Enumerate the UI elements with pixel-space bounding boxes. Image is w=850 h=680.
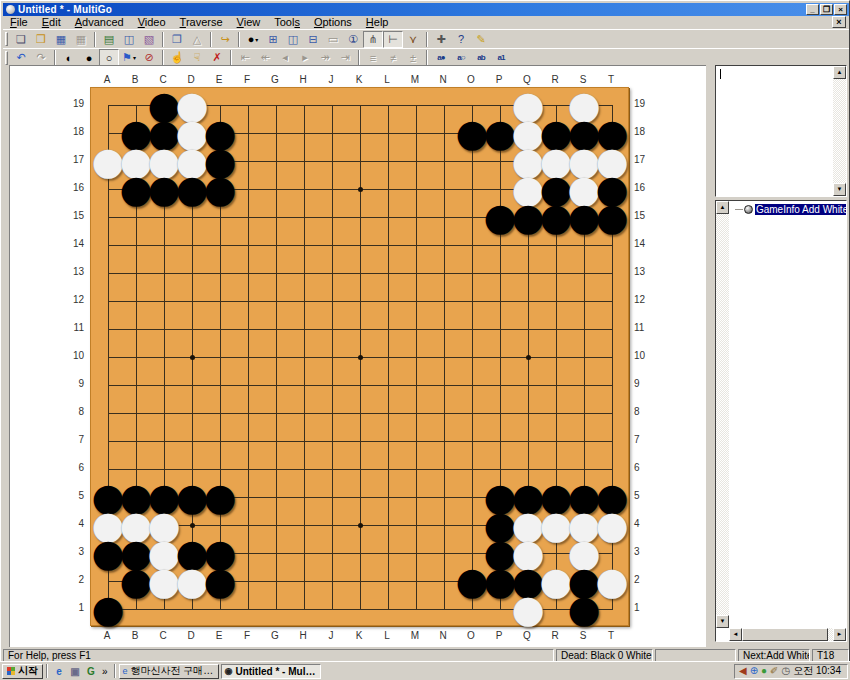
black-stone-E5[interactable]: ● bbox=[206, 483, 234, 511]
minimize-button[interactable]: _ bbox=[806, 4, 819, 15]
tree-window-button[interactable]: ⋔ bbox=[363, 31, 383, 48]
coord-row-10: 10 bbox=[634, 350, 656, 361]
star-point bbox=[190, 355, 195, 360]
board-view: AABBCCDDEEFFGGHHJJKKLLMMNNOOPPQQRRSSTT19… bbox=[9, 65, 706, 647]
coord-row-2: 2 bbox=[62, 574, 84, 585]
toolbar-separator bbox=[358, 50, 360, 65]
coord-row-12: 12 bbox=[62, 294, 84, 305]
toolbar-grip[interactable] bbox=[5, 32, 8, 46]
menu-tools[interactable]: Tools bbox=[267, 16, 307, 28]
go-end-icon: ⇥ bbox=[340, 51, 349, 64]
forward-button: ▸ bbox=[295, 49, 315, 66]
task-button-1[interactable]: e행마신사전 구매했습... bbox=[119, 664, 219, 679]
coord-col-D: D bbox=[181, 630, 201, 641]
coord-row-5: 5 bbox=[62, 490, 84, 501]
coord-col-B: B bbox=[125, 630, 145, 641]
score-button[interactable]: ☟ bbox=[187, 49, 207, 66]
black-stone-T15[interactable]: ● bbox=[598, 203, 626, 231]
coord-row-16: 16 bbox=[62, 182, 84, 193]
coord-col-F: F bbox=[237, 74, 257, 85]
move-number-icon: ① bbox=[348, 33, 358, 46]
scroll-down-icon[interactable]: ▼ bbox=[833, 183, 846, 196]
forward-10-button: ↠ bbox=[315, 49, 335, 66]
window-title: Untitled * - MultiGo bbox=[18, 4, 805, 15]
import-button[interactable]: ↪ bbox=[215, 31, 235, 48]
coord-col-C: C bbox=[153, 630, 173, 641]
tree-branch-line bbox=[735, 209, 743, 210]
text-caret bbox=[720, 69, 721, 79]
toolbar-separator bbox=[162, 32, 164, 47]
selected-node-label: GameInfo Add White Add bbox=[755, 204, 846, 215]
star-point bbox=[190, 523, 195, 528]
toolbar-separator bbox=[210, 32, 212, 47]
move-number-button[interactable]: ① bbox=[343, 31, 363, 48]
go-end-button: ⇥ bbox=[335, 49, 355, 66]
coord-row-1: 1 bbox=[62, 602, 84, 613]
stone-color-dropdown-icon: ● bbox=[248, 33, 255, 45]
add-white-icon: ○ bbox=[106, 52, 113, 64]
black-stone-D16[interactable]: ● bbox=[178, 175, 206, 203]
star-point bbox=[358, 523, 363, 528]
title-bar[interactable]: Untitled * - MultiGo _ ❐ × bbox=[3, 3, 849, 16]
black-stone-D5[interactable]: ● bbox=[178, 483, 206, 511]
main-line-icon: ± bbox=[410, 52, 416, 64]
new-file-icon: ❏ bbox=[16, 33, 26, 46]
coord-col-F: F bbox=[237, 630, 257, 641]
tray-clock: 오전 10:34 bbox=[793, 664, 841, 678]
coord-row-6: 6 bbox=[62, 462, 84, 473]
black-stone-A3[interactable]: ● bbox=[94, 539, 122, 567]
layout-custom-icon: ▭ bbox=[328, 33, 338, 46]
main-line-button: ± bbox=[403, 49, 423, 66]
save-file-button[interactable]: ▦ bbox=[51, 31, 71, 48]
coord-row-14: 14 bbox=[634, 238, 656, 249]
coord-row-7: 7 bbox=[634, 434, 656, 445]
edit-brush-icon: ✎ bbox=[476, 33, 485, 46]
export-image-button[interactable]: ▧ bbox=[139, 31, 159, 48]
black-stone-C16[interactable]: ● bbox=[150, 175, 178, 203]
save-file-icon: ▦ bbox=[56, 33, 66, 46]
black-stone-B2[interactable]: ● bbox=[122, 567, 150, 595]
coord-col-H: H bbox=[293, 630, 313, 641]
go-start-button: ⇤ bbox=[235, 49, 255, 66]
menu-view[interactable]: View bbox=[230, 16, 268, 28]
menu-edit[interactable]: Edit bbox=[35, 16, 68, 28]
star-point bbox=[358, 187, 363, 192]
new-file-button[interactable]: ❏ bbox=[11, 31, 31, 48]
coord-col-G: G bbox=[265, 74, 285, 85]
coord-row-10: 10 bbox=[62, 350, 84, 361]
alternate-stone-button[interactable]: ◐ bbox=[59, 49, 79, 66]
scroll-left-icon[interactable]: ◄ bbox=[729, 628, 742, 641]
tools-icon: ✚ bbox=[436, 33, 445, 46]
white-stone-T4[interactable]: ● bbox=[598, 511, 626, 539]
coord-row-1: 1 bbox=[634, 602, 656, 613]
windows-logo-icon bbox=[7, 667, 15, 675]
label-letter-icon: ab bbox=[477, 53, 484, 62]
scroll-up-icon[interactable]: ▲ bbox=[716, 201, 729, 214]
coord-col-P: P bbox=[489, 630, 509, 641]
toolbar-grip[interactable] bbox=[5, 51, 8, 65]
scroll-thumb[interactable] bbox=[742, 628, 828, 641]
toolbar-separator bbox=[426, 32, 428, 47]
coord-row-12: 12 bbox=[634, 294, 656, 305]
coord-row-4: 4 bbox=[634, 518, 656, 529]
redo-button: ↷ bbox=[31, 49, 51, 66]
app-icon bbox=[6, 5, 15, 14]
layout-board-button[interactable]: ⊞ bbox=[263, 31, 283, 48]
coord-col-S: S bbox=[573, 630, 593, 641]
tree-window-icon: ⋔ bbox=[368, 33, 377, 46]
copy-button[interactable]: ❐ bbox=[167, 31, 187, 48]
coord-row-9: 9 bbox=[634, 378, 656, 389]
layout-split-v-icon: ⊟ bbox=[308, 33, 317, 46]
label-number-icon: a1 bbox=[498, 53, 505, 62]
label-white-icon: a○ bbox=[457, 53, 464, 62]
white-stone-R2[interactable]: ● bbox=[542, 567, 570, 595]
white-stone-R4[interactable]: ● bbox=[542, 511, 570, 539]
start-label: 시작 bbox=[18, 664, 38, 678]
coord-col-N: N bbox=[433, 74, 453, 85]
coord-row-8: 8 bbox=[62, 406, 84, 417]
paste-icon: △ bbox=[193, 33, 201, 46]
erase-button[interactable]: ⊘ bbox=[139, 49, 159, 66]
print-icon: ▤ bbox=[104, 33, 114, 46]
menu-bar: FileEditAdvancedVideoTraverseViewToolsOp… bbox=[3, 16, 849, 29]
coord-row-9: 9 bbox=[62, 378, 84, 389]
menu-file[interactable]: File bbox=[3, 16, 35, 28]
context-help-icon: ? bbox=[458, 33, 464, 45]
black-stone-R15[interactable]: ● bbox=[542, 203, 570, 231]
layout-split-h-icon: ◫ bbox=[288, 33, 298, 46]
coord-col-Q: Q bbox=[517, 630, 537, 641]
coord-col-E: E bbox=[209, 74, 229, 85]
coord-row-13: 13 bbox=[634, 266, 656, 277]
coord-col-K: K bbox=[349, 74, 369, 85]
coord-row-17: 17 bbox=[62, 154, 84, 165]
info-window-icon: ⊢ bbox=[388, 33, 398, 46]
tree-vertical-scrollbar[interactable]: ▲ ▼ bbox=[716, 201, 729, 628]
pass-button[interactable]: ☝ bbox=[167, 49, 187, 66]
delete-icon: ✗ bbox=[212, 51, 221, 64]
print-button[interactable]: ▤ bbox=[99, 31, 119, 48]
coord-col-R: R bbox=[545, 74, 565, 85]
messenger-icon[interactable]: ● bbox=[761, 666, 767, 676]
label-white-button[interactable]: a○ bbox=[451, 49, 471, 66]
white-stone-D2[interactable]: ● bbox=[178, 567, 206, 595]
coord-col-A: A bbox=[97, 74, 117, 85]
coord-row-15: 15 bbox=[634, 210, 656, 221]
open-file-icon: ❒ bbox=[36, 33, 46, 46]
label-letter-button[interactable]: ab bbox=[471, 49, 491, 66]
toolbar-separator bbox=[230, 50, 232, 65]
layout-split-v-button[interactable]: ⊟ bbox=[303, 31, 323, 48]
coord-col-O: O bbox=[461, 74, 481, 85]
taskbar-divider bbox=[46, 664, 48, 678]
coord-row-3: 3 bbox=[62, 546, 84, 557]
go-start-icon: ⇤ bbox=[240, 51, 249, 64]
copy-icon: ❐ bbox=[172, 33, 182, 46]
coord-col-N: N bbox=[433, 630, 453, 641]
coord-col-G: G bbox=[265, 630, 285, 641]
black-stone-B16[interactable]: ● bbox=[122, 175, 150, 203]
coord-row-2: 2 bbox=[634, 574, 656, 585]
redo-icon: ↷ bbox=[36, 51, 45, 64]
toolbar-separator bbox=[54, 50, 56, 65]
branch-tool-icon: ⋎ bbox=[409, 33, 417, 46]
task-label: Untitled * - Multi... bbox=[235, 666, 316, 677]
save-all-button: ▦ bbox=[71, 31, 91, 48]
coord-col-K: K bbox=[349, 630, 369, 641]
markup-dropdown-icon: ⚑ bbox=[122, 51, 132, 64]
update-icon[interactable]: ⊕ bbox=[750, 666, 758, 676]
coord-row-5: 5 bbox=[634, 490, 656, 501]
tree-content: GameInfo Add White Add bbox=[729, 201, 846, 628]
export-image-icon: ▧ bbox=[144, 33, 154, 46]
scroll-right-icon[interactable]: ► bbox=[833, 628, 846, 641]
black-stone-O2[interactable]: ● bbox=[458, 567, 486, 595]
toolbar-separator bbox=[162, 50, 164, 65]
coord-row-3: 3 bbox=[634, 546, 656, 557]
comment-scrollbar[interactable]: ▲ ▼ bbox=[833, 66, 846, 196]
taskbar-divider bbox=[114, 664, 116, 678]
coord-col-T: T bbox=[601, 630, 621, 641]
game-tree-panel: ▲ ▼ ◄ ► GameInfo Add White Add bbox=[715, 200, 847, 642]
undo-icon: ↶ bbox=[16, 51, 25, 64]
edit-toolbar: ↶↷◐●○⚑▾⊘☝☟✗⇤↞◂▸↠⇥≡≠±a●a○aba1 bbox=[3, 48, 849, 66]
open-file-button[interactable]: ❒ bbox=[31, 31, 51, 48]
back-10-button: ↞ bbox=[255, 49, 275, 66]
coord-row-16: 16 bbox=[634, 182, 656, 193]
coord-row-17: 17 bbox=[634, 154, 656, 165]
save-all-icon: ▦ bbox=[76, 33, 86, 46]
forward-10-icon: ↠ bbox=[320, 51, 329, 64]
menu-video[interactable]: Video bbox=[131, 16, 173, 28]
label-number-button[interactable]: a1 bbox=[491, 49, 511, 66]
add-white-button[interactable]: ○ bbox=[99, 49, 119, 66]
black-stone-P15[interactable]: ● bbox=[486, 203, 514, 231]
markup-dropdown[interactable]: ⚑▾ bbox=[119, 49, 139, 66]
info-window-button[interactable]: ⊢ bbox=[383, 31, 403, 48]
stone-color-dropdown[interactable]: ●▾ bbox=[243, 31, 263, 48]
coord-col-A: A bbox=[97, 630, 117, 641]
layout-split-h-button[interactable]: ◫ bbox=[283, 31, 303, 48]
undo-button[interactable]: ↶ bbox=[11, 49, 31, 66]
task-label: 행마신사전 구매했습... bbox=[131, 664, 215, 678]
back-button: ◂ bbox=[275, 49, 295, 66]
tree-node-root[interactable]: GameInfo Add White Add bbox=[729, 204, 846, 215]
delete-button[interactable]: ✗ bbox=[207, 49, 227, 66]
black-stone-S15[interactable]: ● bbox=[570, 203, 598, 231]
back-10-icon: ↞ bbox=[260, 51, 269, 64]
scroll-up-icon[interactable]: ▲ bbox=[833, 66, 846, 79]
add-black-icon: ● bbox=[86, 52, 93, 64]
coord-col-R: R bbox=[545, 630, 565, 641]
print-preview-icon: ◫ bbox=[124, 33, 134, 46]
os-taskbar: 시작 e▣G » e행마신사전 구매했습...◉Untitled * - Mul… bbox=[0, 661, 850, 680]
coord-col-B: B bbox=[125, 74, 145, 85]
menu-traverse[interactable]: Traverse bbox=[173, 16, 230, 28]
coord-col-P: P bbox=[489, 74, 509, 85]
add-black-button[interactable]: ● bbox=[79, 49, 99, 66]
black-stone-P2[interactable]: ● bbox=[486, 567, 514, 595]
prev-variation-button: ≡ bbox=[363, 49, 383, 66]
task-icon: e bbox=[123, 666, 128, 676]
toolbar-separator bbox=[94, 32, 96, 47]
coord-row-19: 19 bbox=[62, 98, 84, 109]
import-icon: ↪ bbox=[220, 33, 229, 46]
task-button-2[interactable]: ◉Untitled * - Multi... bbox=[221, 664, 321, 679]
scroll-down-icon[interactable]: ▼ bbox=[716, 615, 729, 628]
coord-col-J: J bbox=[321, 630, 341, 641]
coord-col-J: J bbox=[321, 74, 341, 85]
black-stone-E16[interactable]: ● bbox=[206, 175, 234, 203]
menu-advanced[interactable]: Advanced bbox=[68, 16, 131, 28]
next-variation-button: ≠ bbox=[383, 49, 403, 66]
coord-row-18: 18 bbox=[62, 126, 84, 137]
label-black-button[interactable]: a● bbox=[431, 49, 451, 66]
paste-button: △ bbox=[187, 31, 207, 48]
dropdown-arrow-icon[interactable]: ▾ bbox=[133, 54, 136, 61]
coord-col-L: L bbox=[377, 74, 397, 85]
layout-custom-button: ▭ bbox=[323, 31, 343, 48]
coord-col-T: T bbox=[601, 74, 621, 85]
multigo-window: Untitled * - MultiGo _ ❐ × FileEditAdvan… bbox=[0, 0, 850, 680]
node-stone-icon bbox=[744, 205, 753, 214]
black-stone-P18[interactable]: ● bbox=[486, 119, 514, 147]
black-stone-A1[interactable]: ● bbox=[94, 595, 122, 623]
comment-panel[interactable]: ▲ ▼ bbox=[715, 65, 847, 197]
branch-tool-button[interactable]: ⋎ bbox=[403, 31, 423, 48]
coord-row-11: 11 bbox=[62, 322, 84, 333]
black-stone-E2[interactable]: ● bbox=[206, 567, 234, 595]
next-variation-icon: ≠ bbox=[390, 52, 396, 64]
go-board[interactable]: ●●●●●●●●●●●●●●●●●●●●●●●●●●●●●●●●●●●●●●●●… bbox=[90, 87, 629, 626]
desktop-quicklaunch-icon[interactable]: ▣ bbox=[67, 664, 83, 679]
coord-row-15: 15 bbox=[62, 210, 84, 221]
pass-icon: ☝ bbox=[170, 51, 184, 64]
task-icon: ◉ bbox=[225, 666, 233, 676]
coord-col-H: H bbox=[293, 74, 313, 85]
black-stone-S1[interactable]: ● bbox=[570, 595, 598, 623]
coord-col-M: M bbox=[405, 74, 425, 85]
black-stone-O18[interactable]: ● bbox=[458, 119, 486, 147]
coord-row-19: 19 bbox=[634, 98, 656, 109]
print-preview-button[interactable]: ◫ bbox=[119, 31, 139, 48]
menu-help[interactable]: Help bbox=[359, 16, 396, 28]
coord-col-L: L bbox=[377, 630, 397, 641]
mdi-close-button[interactable]: × bbox=[832, 16, 846, 28]
prev-variation-icon: ≡ bbox=[370, 52, 376, 64]
volume-icon[interactable]: ◀ bbox=[739, 666, 747, 676]
toolbar-separator bbox=[426, 50, 428, 65]
coord-row-18: 18 bbox=[634, 126, 656, 137]
coord-row-13: 13 bbox=[62, 266, 84, 277]
toolbar-separator bbox=[238, 32, 240, 47]
coord-row-8: 8 bbox=[634, 406, 656, 417]
tree-horizontal-scrollbar[interactable]: ◄ ► bbox=[729, 628, 846, 641]
white-stone-C2[interactable]: ● bbox=[150, 567, 178, 595]
coord-col-O: O bbox=[461, 630, 481, 641]
coord-row-6: 6 bbox=[634, 462, 656, 473]
alternate-stone-icon: ◐ bbox=[66, 52, 73, 64]
system-tray: ◀⊕●✐◷ 오전 10:34 bbox=[734, 664, 848, 679]
status-bar: For Help, press F1 Dead: Black 0 White 0… bbox=[3, 647, 849, 662]
edit-brush-button[interactable]: ✎ bbox=[471, 31, 491, 48]
black-stone-Q15[interactable]: ● bbox=[514, 203, 542, 231]
star-point bbox=[358, 355, 363, 360]
coord-col-E: E bbox=[209, 630, 229, 641]
media-quicklaunch-icon[interactable]: G bbox=[83, 664, 99, 679]
pen-icon[interactable]: ✐ bbox=[770, 666, 778, 676]
overflow-chevron[interactable]: » bbox=[99, 666, 111, 677]
menu-options[interactable]: Options bbox=[307, 16, 359, 28]
scheduler-icon[interactable]: ◷ bbox=[781, 666, 790, 676]
tools-button[interactable]: ✚ bbox=[431, 31, 451, 48]
coord-col-M: M bbox=[405, 630, 425, 641]
white-stone-Q1[interactable]: ● bbox=[514, 595, 542, 623]
forward-icon: ▸ bbox=[302, 51, 308, 64]
close-button[interactable]: × bbox=[834, 4, 847, 15]
white-stone-A17[interactable]: ● bbox=[94, 147, 122, 175]
label-black-icon: a● bbox=[437, 53, 444, 62]
coord-row-4: 4 bbox=[62, 518, 84, 529]
score-icon: ☟ bbox=[194, 51, 201, 64]
start-button[interactable]: 시작 bbox=[2, 664, 43, 679]
star-point bbox=[526, 355, 531, 360]
context-help-button[interactable]: ? bbox=[451, 31, 471, 48]
restore-button[interactable]: ❐ bbox=[820, 4, 833, 15]
coord-row-14: 14 bbox=[62, 238, 84, 249]
erase-icon: ⊘ bbox=[144, 51, 153, 64]
white-stone-T2[interactable]: ● bbox=[598, 567, 626, 595]
coord-row-11: 11 bbox=[634, 322, 656, 333]
main-toolbar: ❏❒▦▦▤◫▧❐△↪●▾⊞◫⊟▭①⋔⊢⋎✚?✎ bbox=[3, 29, 849, 48]
back-icon: ◂ bbox=[282, 51, 288, 64]
layout-board-icon: ⊞ bbox=[268, 33, 277, 46]
ie-quicklaunch-icon[interactable]: e bbox=[51, 664, 67, 679]
coord-row-7: 7 bbox=[62, 434, 84, 445]
dropdown-arrow-icon[interactable]: ▾ bbox=[255, 36, 258, 43]
